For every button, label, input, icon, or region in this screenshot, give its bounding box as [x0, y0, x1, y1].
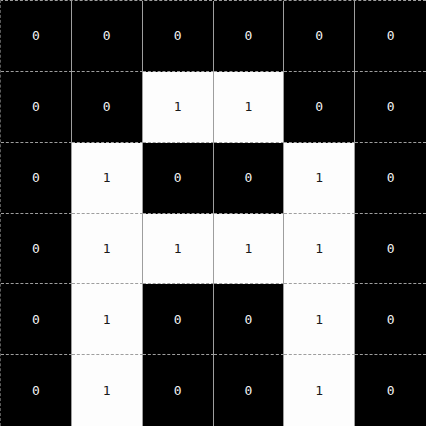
- cell-value: 0: [32, 242, 40, 255]
- cell-value: 0: [245, 384, 253, 397]
- cell-value: 0: [103, 100, 111, 113]
- grid-cell-r6c1: 0: [1, 355, 72, 426]
- grid-cell-r2c6: 0: [355, 72, 426, 143]
- cell-value: 0: [245, 313, 253, 326]
- grid-cell-r4c5: 1: [284, 214, 355, 285]
- cell-value: 1: [315, 313, 323, 326]
- grid-cell-r3c6: 0: [355, 143, 426, 214]
- grid-cell-r6c3: 0: [143, 355, 214, 426]
- cell-value: 1: [103, 384, 111, 397]
- grid-cell-r6c2: 1: [72, 355, 143, 426]
- grid-cell-r1c2: 0: [72, 1, 143, 72]
- cell-value: 0: [387, 242, 395, 255]
- grid-cell-r6c6: 0: [355, 355, 426, 426]
- cell-value: 0: [103, 29, 111, 42]
- grid-cell-r3c5: 1: [284, 143, 355, 214]
- cell-value: 0: [174, 313, 182, 326]
- grid-cell-r1c5: 0: [284, 1, 355, 72]
- cell-value: 0: [174, 384, 182, 397]
- grid-cell-r2c1: 0: [1, 72, 72, 143]
- grid-cell-r5c2: 1: [72, 284, 143, 355]
- cell-value: 0: [174, 171, 182, 184]
- cell-value: 0: [315, 100, 323, 113]
- cell-value: 1: [103, 171, 111, 184]
- cell-value: 1: [103, 313, 111, 326]
- grid-cell-r5c3: 0: [143, 284, 214, 355]
- grid-cell-r4c6: 0: [355, 214, 426, 285]
- cell-value: 0: [315, 29, 323, 42]
- cell-value: 0: [387, 100, 395, 113]
- cell-value: 1: [315, 242, 323, 255]
- grid-cell-r5c5: 1: [284, 284, 355, 355]
- grid-cell-r5c1: 0: [1, 284, 72, 355]
- grid-cell-r3c2: 1: [72, 143, 143, 214]
- grid-cell-r6c4: 0: [214, 355, 285, 426]
- cell-value: 0: [387, 29, 395, 42]
- grid-cell-r4c1: 0: [1, 214, 72, 285]
- grid-cell-r1c4: 0: [214, 1, 285, 72]
- grid-cell-r2c4: 1: [214, 72, 285, 143]
- cell-value: 0: [174, 29, 182, 42]
- cell-value: 0: [387, 313, 395, 326]
- grid-cell-r4c3: 1: [143, 214, 214, 285]
- cell-value: 1: [174, 242, 182, 255]
- grid-cell-r2c5: 0: [284, 72, 355, 143]
- grid-cell-r1c1: 0: [1, 1, 72, 72]
- cell-value: 1: [245, 100, 253, 113]
- cell-value: 1: [103, 242, 111, 255]
- cell-value: 1: [315, 171, 323, 184]
- cell-value: 0: [32, 384, 40, 397]
- cell-value: 0: [32, 29, 40, 42]
- grid-cell-r4c4: 1: [214, 214, 285, 285]
- grid-cell-r2c2: 0: [72, 72, 143, 143]
- grid-cell-r3c4: 0: [214, 143, 285, 214]
- grid-cell-r5c4: 0: [214, 284, 285, 355]
- cell-value: 0: [32, 100, 40, 113]
- grid-cell-r3c1: 0: [1, 143, 72, 214]
- binary-grid: 000000001100010010011110010010010010: [0, 0, 426, 426]
- cell-value: 0: [32, 313, 40, 326]
- grid-cell-r6c5: 1: [284, 355, 355, 426]
- cell-value: 0: [245, 29, 253, 42]
- grid-cell-r3c3: 0: [143, 143, 214, 214]
- cell-value: 0: [245, 171, 253, 184]
- cell-value: 0: [32, 171, 40, 184]
- cell-value: 1: [245, 242, 253, 255]
- cell-value: 1: [174, 100, 182, 113]
- grid-cell-r5c6: 0: [355, 284, 426, 355]
- cell-value: 0: [387, 384, 395, 397]
- grid-cell-r4c2: 1: [72, 214, 143, 285]
- cell-value: 0: [387, 171, 395, 184]
- grid-cell-r1c3: 0: [143, 1, 214, 72]
- grid-cell-r2c3: 1: [143, 72, 214, 143]
- cell-value: 1: [315, 384, 323, 397]
- grid-cell-r1c6: 0: [355, 1, 426, 72]
